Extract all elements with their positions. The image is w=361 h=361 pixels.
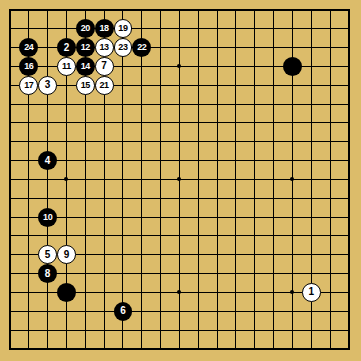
move-number-label: 7 <box>101 61 107 71</box>
move-number-label: 12 <box>81 43 90 52</box>
black-stone-Q16 <box>283 57 302 76</box>
white-stone-move-3: 3 <box>38 76 57 95</box>
move-number-label: 1 <box>308 287 314 297</box>
move-number-label: 10 <box>43 213 52 222</box>
black-stone-move-12: 12 <box>76 38 95 57</box>
move-number-label: 20 <box>81 24 90 33</box>
move-number-label: 23 <box>118 43 127 52</box>
move-number-label: 19 <box>118 24 127 33</box>
go-board: 123456789101112131415161718192021222324 <box>0 0 361 361</box>
black-stone-move-10: 10 <box>38 208 57 227</box>
move-number-label: 17 <box>24 81 33 90</box>
move-number-label: 21 <box>100 81 109 90</box>
move-number-label: 2 <box>64 43 70 53</box>
star-point <box>177 290 181 294</box>
white-stone-move-9: 9 <box>57 245 76 264</box>
black-stone-move-14: 14 <box>76 57 95 76</box>
star-point <box>177 64 181 68</box>
white-stone-move-13: 13 <box>95 38 114 57</box>
move-number-label: 11 <box>62 62 71 71</box>
star-point <box>177 177 181 181</box>
move-number-label: 13 <box>100 43 109 52</box>
move-number-label: 6 <box>120 306 126 316</box>
move-number-label: 3 <box>45 80 51 90</box>
white-stone-move-15: 15 <box>76 76 95 95</box>
white-stone-move-7: 7 <box>95 57 114 76</box>
move-number-label: 16 <box>24 62 33 71</box>
black-stone-move-6: 6 <box>114 302 133 321</box>
white-stone-move-17: 17 <box>19 76 38 95</box>
black-stone-move-16: 16 <box>19 57 38 76</box>
black-stone-move-22: 22 <box>132 38 151 57</box>
move-number-label: 22 <box>137 43 146 52</box>
move-number-label: 4 <box>45 156 51 166</box>
move-number-label: 24 <box>24 43 33 52</box>
star-point <box>64 177 68 181</box>
black-stone-move-20: 20 <box>76 19 95 38</box>
move-number-label: 5 <box>45 250 51 260</box>
move-number-label: 15 <box>81 81 90 90</box>
white-stone-move-19: 19 <box>114 19 133 38</box>
white-stone-move-1: 1 <box>302 283 321 302</box>
move-number-label: 9 <box>64 250 70 260</box>
white-stone-move-11: 11 <box>57 57 76 76</box>
go-board-cells: 123456789101112131415161718192021222324 <box>1 1 359 359</box>
white-stone-move-5: 5 <box>38 245 57 264</box>
move-number-label: 18 <box>100 24 109 33</box>
black-stone-move-2: 2 <box>57 38 76 57</box>
white-stone-move-23: 23 <box>114 38 133 57</box>
black-stone-move-4: 4 <box>38 151 57 170</box>
white-stone-move-21: 21 <box>95 76 114 95</box>
black-stone-D4 <box>57 283 76 302</box>
black-stone-move-18: 18 <box>95 19 114 38</box>
move-number-label: 8 <box>45 269 51 279</box>
move-number-label: 14 <box>81 62 90 71</box>
star-point <box>290 177 294 181</box>
black-stone-move-8: 8 <box>38 264 57 283</box>
star-point <box>290 290 294 294</box>
black-stone-move-24: 24 <box>19 38 38 57</box>
